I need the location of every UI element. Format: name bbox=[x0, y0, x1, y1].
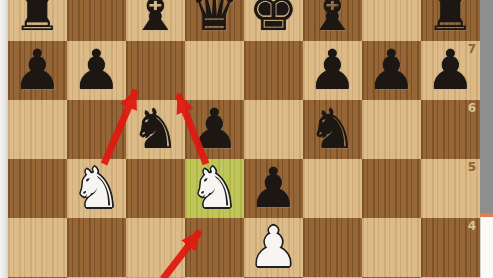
piece-black-knight[interactable]: ♞ bbox=[131, 100, 180, 159]
page-background-left bbox=[0, 0, 8, 278]
page-background-gray-panel bbox=[480, 0, 493, 213]
square-h7[interactable]: ♟7 bbox=[421, 41, 480, 100]
square-a5[interactable] bbox=[8, 159, 67, 218]
square-d4[interactable] bbox=[185, 218, 244, 277]
square-b6[interactable] bbox=[67, 100, 126, 159]
piece-black-queen[interactable]: ♛ bbox=[190, 0, 239, 41]
square-e8[interactable]: ♚ bbox=[244, 0, 303, 41]
piece-white-pawn[interactable]: ♟ bbox=[249, 218, 298, 277]
piece-black-bishop[interactable]: ♝ bbox=[308, 0, 357, 41]
piece-black-king[interactable]: ♚ bbox=[249, 0, 298, 41]
screenshot-root: ♜♝♛♚♝♜8♟♟♟♟♟7♞♟♞6♞♞♟5♟4321 bbox=[0, 0, 493, 278]
rank-label-5: 5 bbox=[468, 161, 476, 173]
piece-black-pawn[interactable]: ♟ bbox=[72, 41, 121, 100]
piece-black-pawn[interactable]: ♟ bbox=[308, 41, 357, 100]
chess-board: ♜♝♛♚♝♜8♟♟♟♟♟7♞♟♞6♞♞♟5♟4321 bbox=[8, 0, 480, 278]
square-d8[interactable]: ♛ bbox=[185, 0, 244, 41]
rank-label-4: 4 bbox=[468, 220, 476, 232]
piece-black-pawn[interactable]: ♟ bbox=[249, 159, 298, 218]
piece-black-knight[interactable]: ♞ bbox=[308, 100, 357, 159]
square-a7[interactable]: ♟ bbox=[8, 41, 67, 100]
square-h6[interactable]: 6 bbox=[421, 100, 480, 159]
square-c6[interactable]: ♞ bbox=[126, 100, 185, 159]
piece-black-rook[interactable]: ♜ bbox=[13, 0, 62, 41]
square-e4[interactable]: ♟ bbox=[244, 218, 303, 277]
square-f6[interactable]: ♞ bbox=[303, 100, 362, 159]
square-b5[interactable]: ♞ bbox=[67, 159, 126, 218]
square-c5[interactable] bbox=[126, 159, 185, 218]
square-h4[interactable]: 4 bbox=[421, 218, 480, 277]
square-f7[interactable]: ♟ bbox=[303, 41, 362, 100]
square-h5[interactable]: 5 bbox=[421, 159, 480, 218]
square-g7[interactable]: ♟ bbox=[362, 41, 421, 100]
page-white-panel bbox=[480, 217, 493, 278]
square-g4[interactable] bbox=[362, 218, 421, 277]
square-c4[interactable] bbox=[126, 218, 185, 277]
square-e5[interactable]: ♟ bbox=[244, 159, 303, 218]
square-h8[interactable]: ♜8 bbox=[421, 0, 480, 41]
page-background-right bbox=[480, 0, 493, 278]
square-a8[interactable]: ♜ bbox=[8, 0, 67, 41]
piece-white-knight[interactable]: ♞ bbox=[72, 159, 121, 218]
square-a4[interactable] bbox=[8, 218, 67, 277]
square-f5[interactable] bbox=[303, 159, 362, 218]
square-d5[interactable]: ♞ bbox=[185, 159, 244, 218]
square-e6[interactable] bbox=[244, 100, 303, 159]
square-g5[interactable] bbox=[362, 159, 421, 218]
square-e7[interactable] bbox=[244, 41, 303, 100]
piece-black-rook[interactable]: ♜ bbox=[426, 0, 475, 41]
square-g6[interactable] bbox=[362, 100, 421, 159]
square-d7[interactable] bbox=[185, 41, 244, 100]
rank-label-7: 7 bbox=[468, 43, 476, 55]
square-d6[interactable]: ♟ bbox=[185, 100, 244, 159]
square-b7[interactable]: ♟ bbox=[67, 41, 126, 100]
square-c8[interactable]: ♝ bbox=[126, 0, 185, 41]
rank-label-6: 6 bbox=[468, 102, 476, 114]
piece-black-bishop[interactable]: ♝ bbox=[131, 0, 180, 41]
piece-black-pawn[interactable]: ♟ bbox=[367, 41, 416, 100]
square-a6[interactable] bbox=[8, 100, 67, 159]
square-b4[interactable] bbox=[67, 218, 126, 277]
square-g8[interactable] bbox=[362, 0, 421, 41]
piece-white-knight[interactable]: ♞ bbox=[190, 159, 239, 218]
piece-black-pawn[interactable]: ♟ bbox=[190, 100, 239, 159]
square-c7[interactable] bbox=[126, 41, 185, 100]
piece-black-pawn[interactable]: ♟ bbox=[13, 41, 62, 100]
square-f8[interactable]: ♝ bbox=[303, 0, 362, 41]
square-f4[interactable] bbox=[303, 218, 362, 277]
square-b8[interactable] bbox=[67, 0, 126, 41]
